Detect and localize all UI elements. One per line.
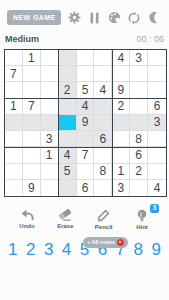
cell-r6c5[interactable] bbox=[77, 131, 95, 147]
status-row: Medium 00 : 06 bbox=[0, 25, 169, 44]
cell-r6c3[interactable]: 3 bbox=[41, 131, 59, 147]
cell-r6c1[interactable] bbox=[5, 131, 23, 147]
eraser-icon bbox=[58, 209, 72, 221]
cell-r9c1[interactable] bbox=[5, 180, 23, 196]
cell-r8c7[interactable]: 1 bbox=[112, 164, 130, 180]
cell-r1c8[interactable]: 3 bbox=[130, 50, 148, 66]
cell-r7c6[interactable] bbox=[94, 147, 112, 163]
cell-r4c1[interactable]: 1 bbox=[5, 99, 23, 115]
cell-r7c1[interactable] bbox=[5, 147, 23, 163]
cell-r7c8[interactable]: 6 bbox=[130, 147, 148, 163]
cell-r6c2[interactable] bbox=[23, 131, 41, 147]
undo-button[interactable]: Undo bbox=[12, 209, 42, 230]
toolbar: Undo Erase Pencil bbox=[0, 197, 169, 230]
cell-r5c2[interactable] bbox=[23, 115, 41, 131]
cell-r5c9[interactable]: 3 bbox=[148, 115, 166, 131]
cell-r5c5[interactable]: 9 bbox=[77, 115, 95, 131]
difficulty-label: Medium bbox=[5, 34, 39, 44]
erase-label: Erase bbox=[57, 223, 73, 229]
cell-r3c8[interactable] bbox=[130, 82, 148, 98]
cell-r8c8[interactable]: 2 bbox=[130, 164, 148, 180]
numpad-1[interactable]: 1 bbox=[8, 241, 17, 258]
cell-r6c6[interactable]: 6 bbox=[94, 131, 112, 147]
cell-r9c4[interactable] bbox=[59, 180, 77, 196]
cell-r7c7[interactable] bbox=[112, 147, 130, 163]
pencil-button[interactable]: Pencil bbox=[89, 209, 119, 230]
sudoku-board: 143725491742693368147658129634 bbox=[5, 50, 166, 196]
cell-r9c6[interactable] bbox=[94, 180, 112, 196]
cell-r7c4[interactable]: 4 bbox=[59, 147, 77, 163]
cell-r8c2[interactable] bbox=[23, 164, 41, 180]
cell-r6c4[interactable] bbox=[59, 131, 77, 147]
cell-r1c5[interactable] bbox=[77, 50, 95, 66]
cell-r8c1[interactable] bbox=[5, 164, 23, 180]
cell-r5c6[interactable] bbox=[94, 115, 112, 131]
numpad-8[interactable]: 8 bbox=[134, 241, 143, 258]
cell-r8c9[interactable] bbox=[148, 164, 166, 180]
numpad-4[interactable]: 4 bbox=[62, 241, 71, 258]
hint-label: Hint bbox=[136, 224, 148, 230]
cell-r3c5[interactable]: 5 bbox=[77, 82, 95, 98]
cell-r2c5[interactable] bbox=[77, 66, 95, 82]
hint-badge: 3 bbox=[150, 204, 159, 213]
cell-r2c3[interactable] bbox=[41, 66, 59, 82]
cell-r1c9[interactable] bbox=[148, 50, 166, 66]
pencil-label: Pencil bbox=[95, 224, 113, 230]
cell-r3c6[interactable]: 4 bbox=[94, 82, 112, 98]
cell-r8c4[interactable]: 5 bbox=[59, 164, 77, 180]
numpad-9[interactable]: 9 bbox=[152, 241, 161, 258]
cell-r4c8[interactable] bbox=[130, 99, 148, 115]
cell-r9c3[interactable] bbox=[41, 180, 59, 196]
cell-r4c5[interactable]: 4 bbox=[77, 99, 95, 115]
undo-label: Undo bbox=[19, 223, 34, 229]
cell-r5c1[interactable] bbox=[5, 115, 23, 131]
cell-r3c3[interactable] bbox=[41, 82, 59, 98]
cell-r8c3[interactable] bbox=[41, 164, 59, 180]
cell-r9c2[interactable]: 9 bbox=[23, 180, 41, 196]
cell-r6c9[interactable] bbox=[148, 131, 166, 147]
cell-r4c9[interactable]: 6 bbox=[148, 99, 166, 115]
cell-r2c4[interactable] bbox=[59, 66, 77, 82]
cell-r7c2[interactable] bbox=[23, 147, 41, 163]
cell-r9c5[interactable]: 6 bbox=[77, 180, 95, 196]
cell-r3c4[interactable]: 2 bbox=[59, 82, 77, 98]
cell-r4c3[interactable] bbox=[41, 99, 59, 115]
cell-r1c7[interactable]: 4 bbox=[112, 50, 130, 66]
cell-r2c1[interactable]: 7 bbox=[5, 66, 23, 82]
cell-r4c2[interactable]: 7 bbox=[23, 99, 41, 115]
cell-r3c7[interactable]: 9 bbox=[112, 82, 130, 98]
cell-r6c7[interactable] bbox=[112, 131, 130, 147]
cell-r4c6[interactable] bbox=[94, 99, 112, 115]
numpad-2[interactable]: 2 bbox=[26, 241, 35, 258]
cell-r7c5[interactable]: 7 bbox=[77, 147, 95, 163]
cell-r1c2[interactable]: 1 bbox=[23, 50, 41, 66]
ad-play-icon bbox=[117, 239, 124, 246]
cell-r2c2[interactable] bbox=[23, 66, 41, 82]
cell-r1c4[interactable] bbox=[59, 50, 77, 66]
cell-r5c3[interactable] bbox=[41, 115, 59, 131]
cell-r4c7[interactable]: 2 bbox=[112, 99, 130, 115]
cell-r6c8[interactable]: 8 bbox=[130, 131, 148, 147]
all-notes-label: + All notes bbox=[87, 240, 115, 246]
undo-icon bbox=[20, 209, 34, 221]
cell-r1c6[interactable] bbox=[94, 50, 112, 66]
cell-r2c9[interactable] bbox=[148, 66, 166, 82]
pencil-icon bbox=[97, 209, 110, 222]
all-notes-pill[interactable]: + All notes bbox=[83, 237, 128, 248]
cell-r2c7[interactable] bbox=[112, 66, 130, 82]
cell-r7c3[interactable]: 1 bbox=[41, 147, 59, 163]
sudoku-board-frame: 143725491742693368147658129634 bbox=[4, 49, 167, 197]
new-game-button[interactable]: NEW GAME bbox=[7, 10, 61, 25]
cell-r8c5[interactable] bbox=[77, 164, 95, 180]
cell-r9c7[interactable]: 3 bbox=[112, 180, 130, 196]
numpad-3[interactable]: 3 bbox=[44, 241, 53, 258]
cell-r9c8[interactable] bbox=[130, 180, 148, 196]
timer: 00 : 06 bbox=[136, 34, 164, 44]
cell-r1c1[interactable] bbox=[5, 50, 23, 66]
cell-r5c7[interactable] bbox=[112, 115, 130, 131]
cell-r3c1[interactable] bbox=[5, 82, 23, 98]
cell-r7c9[interactable] bbox=[148, 147, 166, 163]
cell-r1c3[interactable] bbox=[41, 50, 59, 66]
cell-r3c9[interactable] bbox=[148, 82, 166, 98]
top-bar: NEW GAME bbox=[0, 0, 169, 25]
sudoku-app: NEW GAME bbox=[0, 0, 169, 300]
cell-r3c2[interactable] bbox=[23, 82, 41, 98]
hint-button[interactable]: 3 Hint bbox=[127, 209, 157, 230]
cell-r2c8[interactable] bbox=[130, 66, 148, 82]
cell-r5c4[interactable] bbox=[59, 115, 77, 131]
pause-icon[interactable] bbox=[87, 11, 101, 25]
cell-r4c4[interactable] bbox=[59, 99, 77, 115]
cell-r2c6[interactable] bbox=[94, 66, 112, 82]
restart-icon[interactable] bbox=[127, 11, 141, 25]
cell-r8c6[interactable]: 8 bbox=[94, 164, 112, 180]
cell-r9c9[interactable]: 4 bbox=[148, 180, 166, 196]
theme-palette-icon[interactable] bbox=[107, 11, 121, 25]
erase-button[interactable]: Erase bbox=[50, 209, 80, 230]
hint-bulb-icon bbox=[136, 209, 148, 222]
cell-r5c8[interactable] bbox=[130, 115, 148, 131]
dark-mode-moon-icon[interactable] bbox=[147, 11, 161, 25]
settings-gear-icon[interactable] bbox=[67, 11, 81, 25]
